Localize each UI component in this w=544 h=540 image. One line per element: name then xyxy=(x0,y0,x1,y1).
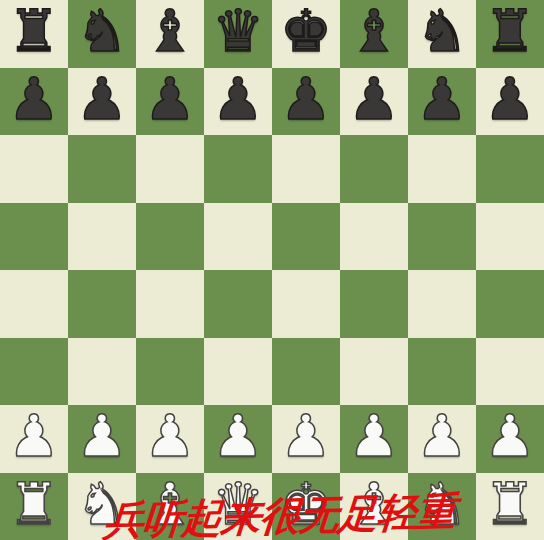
square-g4[interactable] xyxy=(408,270,476,338)
black-pawn-piece[interactable]: ♟ xyxy=(348,66,400,134)
square-e7[interactable]: ♟ xyxy=(272,68,340,136)
square-f5[interactable] xyxy=(340,203,408,271)
chess-board-container: ♜♞♝♛♚♝♞♜♟♟♟♟♟♟♟♟♟♟♟♟♟♟♟♟♜♞♝♛♚♝♞♜ 兵听起来很无足… xyxy=(0,0,544,540)
white-pawn-piece[interactable]: ♟ xyxy=(76,403,128,471)
square-c3[interactable] xyxy=(136,338,204,406)
square-a8[interactable]: ♜ xyxy=(0,0,68,68)
white-king-piece[interactable]: ♚ xyxy=(280,471,332,539)
black-king-piece[interactable]: ♚ xyxy=(280,0,332,66)
white-knight-piece[interactable]: ♞ xyxy=(416,471,468,539)
square-b2[interactable]: ♟ xyxy=(68,405,136,473)
white-pawn-piece[interactable]: ♟ xyxy=(348,403,400,471)
white-queen-piece[interactable]: ♛ xyxy=(212,471,264,539)
black-pawn-piece[interactable]: ♟ xyxy=(76,66,128,134)
square-c1[interactable]: ♝ xyxy=(136,473,204,540)
square-a2[interactable]: ♟ xyxy=(0,405,68,473)
square-g2[interactable]: ♟ xyxy=(408,405,476,473)
square-e4[interactable] xyxy=(272,270,340,338)
square-g3[interactable] xyxy=(408,338,476,406)
square-h2[interactable]: ♟ xyxy=(476,405,544,473)
square-b7[interactable]: ♟ xyxy=(68,68,136,136)
black-rook-piece[interactable]: ♜ xyxy=(8,0,60,66)
white-rook-piece[interactable]: ♜ xyxy=(8,471,60,539)
square-e3[interactable] xyxy=(272,338,340,406)
square-h4[interactable] xyxy=(476,270,544,338)
square-h5[interactable] xyxy=(476,203,544,271)
square-g7[interactable]: ♟ xyxy=(408,68,476,136)
black-pawn-piece[interactable]: ♟ xyxy=(212,66,264,134)
square-d1[interactable]: ♛ xyxy=(204,473,272,540)
black-queen-piece[interactable]: ♛ xyxy=(212,0,264,66)
square-e1[interactable]: ♚ xyxy=(272,473,340,540)
square-e5[interactable] xyxy=(272,203,340,271)
square-f1[interactable]: ♝ xyxy=(340,473,408,540)
square-c6[interactable] xyxy=(136,135,204,203)
square-a1[interactable]: ♜ xyxy=(0,473,68,540)
square-d5[interactable] xyxy=(204,203,272,271)
white-rook-piece[interactable]: ♜ xyxy=(484,471,536,539)
black-pawn-piece[interactable]: ♟ xyxy=(280,66,332,134)
square-d7[interactable]: ♟ xyxy=(204,68,272,136)
square-e2[interactable]: ♟ xyxy=(272,405,340,473)
square-b5[interactable] xyxy=(68,203,136,271)
square-b3[interactable] xyxy=(68,338,136,406)
black-pawn-piece[interactable]: ♟ xyxy=(8,66,60,134)
square-a5[interactable] xyxy=(0,203,68,271)
white-pawn-piece[interactable]: ♟ xyxy=(212,403,264,471)
black-pawn-piece[interactable]: ♟ xyxy=(416,66,468,134)
white-bishop-piece[interactable]: ♝ xyxy=(144,471,196,539)
square-a4[interactable] xyxy=(0,270,68,338)
square-d8[interactable]: ♛ xyxy=(204,0,272,68)
square-c2[interactable]: ♟ xyxy=(136,405,204,473)
square-b1[interactable]: ♞ xyxy=(68,473,136,540)
square-f8[interactable]: ♝ xyxy=(340,0,408,68)
square-f7[interactable]: ♟ xyxy=(340,68,408,136)
square-d3[interactable] xyxy=(204,338,272,406)
square-b8[interactable]: ♞ xyxy=(68,0,136,68)
black-bishop-piece[interactable]: ♝ xyxy=(348,0,400,66)
white-pawn-piece[interactable]: ♟ xyxy=(484,403,536,471)
black-knight-piece[interactable]: ♞ xyxy=(416,0,468,66)
square-h7[interactable]: ♟ xyxy=(476,68,544,136)
white-bishop-piece[interactable]: ♝ xyxy=(348,471,400,539)
square-a3[interactable] xyxy=(0,338,68,406)
square-g5[interactable] xyxy=(408,203,476,271)
square-a6[interactable] xyxy=(0,135,68,203)
black-pawn-piece[interactable]: ♟ xyxy=(144,66,196,134)
black-bishop-piece[interactable]: ♝ xyxy=(144,0,196,66)
square-d6[interactable] xyxy=(204,135,272,203)
white-pawn-piece[interactable]: ♟ xyxy=(416,403,468,471)
black-pawn-piece[interactable]: ♟ xyxy=(484,66,536,134)
square-h8[interactable]: ♜ xyxy=(476,0,544,68)
square-h3[interactable] xyxy=(476,338,544,406)
square-f2[interactable]: ♟ xyxy=(340,405,408,473)
square-e6[interactable] xyxy=(272,135,340,203)
square-f4[interactable] xyxy=(340,270,408,338)
square-g6[interactable] xyxy=(408,135,476,203)
square-f6[interactable] xyxy=(340,135,408,203)
square-g1[interactable]: ♞ xyxy=(408,473,476,540)
square-g8[interactable]: ♞ xyxy=(408,0,476,68)
square-c5[interactable] xyxy=(136,203,204,271)
square-b4[interactable] xyxy=(68,270,136,338)
square-c7[interactable]: ♟ xyxy=(136,68,204,136)
square-a7[interactable]: ♟ xyxy=(0,68,68,136)
black-knight-piece[interactable]: ♞ xyxy=(76,0,128,66)
square-b6[interactable] xyxy=(68,135,136,203)
square-e8[interactable]: ♚ xyxy=(272,0,340,68)
square-h6[interactable] xyxy=(476,135,544,203)
white-pawn-piece[interactable]: ♟ xyxy=(144,403,196,471)
square-d2[interactable]: ♟ xyxy=(204,405,272,473)
square-h1[interactable]: ♜ xyxy=(476,473,544,540)
square-c8[interactable]: ♝ xyxy=(136,0,204,68)
square-d4[interactable] xyxy=(204,270,272,338)
square-f3[interactable] xyxy=(340,338,408,406)
white-knight-piece[interactable]: ♞ xyxy=(76,471,128,539)
black-rook-piece[interactable]: ♜ xyxy=(484,0,536,66)
square-c4[interactable] xyxy=(136,270,204,338)
white-pawn-piece[interactable]: ♟ xyxy=(280,403,332,471)
white-pawn-piece[interactable]: ♟ xyxy=(8,403,60,471)
chess-board: ♜♞♝♛♚♝♞♜♟♟♟♟♟♟♟♟♟♟♟♟♟♟♟♟♜♞♝♛♚♝♞♜ xyxy=(0,0,544,540)
